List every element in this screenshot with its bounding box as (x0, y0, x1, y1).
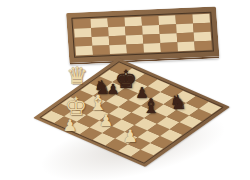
chess-set-photo: ♛♚♝♟♟♟♞♟♚♟♝♞ (0, 0, 250, 180)
piece-layer: ♛♚♝♟♟♟♞♟♚♟♝♞ (0, 0, 250, 180)
piece-white-pawn: ♟ (122, 128, 137, 145)
piece-white-king: ♚ (65, 94, 87, 119)
piece-white-pawn: ♟ (99, 113, 113, 129)
piece-white-queen: ♛ (66, 64, 88, 88)
piece-black-knight: ♞ (169, 92, 187, 112)
piece-black-bishop: ♝ (142, 96, 160, 116)
piece-white-pawn: ♟ (63, 118, 77, 134)
piece-black-king: ♚ (115, 67, 137, 92)
